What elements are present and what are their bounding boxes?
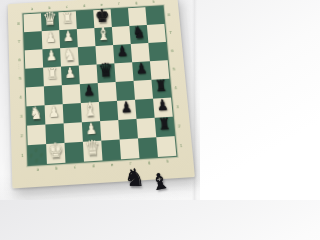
square-h1[interactable] <box>156 136 176 157</box>
file-label-a: a <box>23 5 41 13</box>
rank-label-4: 4 <box>170 78 181 97</box>
square-g7[interactable]: ♞ <box>129 25 148 44</box>
board-middle: ··· 87654321 ♛♜♚♟♟♝♞♟♞♟♜♟♛♟♟♜♞♟♝♟♟♟♜♞♞♞♞… <box>14 5 187 167</box>
square-g4[interactable] <box>134 80 153 100</box>
square-h8[interactable] <box>145 6 164 25</box>
square-a7[interactable] <box>24 31 42 50</box>
square-a5[interactable] <box>25 68 44 88</box>
white-knight-a3[interactable]: ♞ <box>26 100 45 125</box>
rank-label-4: 4 <box>16 87 26 107</box>
black-queen-e5[interactable]: ♛ <box>96 58 115 82</box>
black-knight-g7[interactable]: ♞ <box>129 20 148 43</box>
black-pawn-f6[interactable]: ♟ <box>113 39 132 62</box>
square-g2[interactable] <box>136 118 156 139</box>
file-label-g: g <box>127 0 145 7</box>
rank-label-2: 2 <box>174 116 185 136</box>
rank-label-5: 5 <box>169 60 180 79</box>
rank-label-3: 3 <box>16 106 26 126</box>
file-label-e: e <box>103 160 122 174</box>
white-bishop-e7[interactable]: ♝ <box>94 22 113 45</box>
file-label-d: d <box>84 162 103 176</box>
square-d6[interactable] <box>78 46 97 65</box>
rank-label-5: 5 <box>15 69 25 88</box>
board-grid: ♛♜♚♟♟♝♞♟♞♟♜♟♛♟♟♜♞♟♝♟♟♟♜♞♞♞♞♚♛ <box>23 5 178 166</box>
chess-board: abcdefgh ··· 87654321 ♛♜♚♟♟♝♞♟♞♟♜♟♛♟♟♜♞♟… <box>8 0 195 188</box>
rank-label-7: 7 <box>165 23 175 42</box>
square-e7[interactable]: ♝ <box>94 27 113 46</box>
rank-label-3: 3 <box>172 97 183 117</box>
white-queen-d1[interactable]: ♛ <box>83 135 103 160</box>
square-b3[interactable]: ♟ <box>45 104 64 124</box>
square-d1[interactable]: ♛ <box>83 141 103 162</box>
square-c5[interactable]: ♟ <box>61 66 80 86</box>
square-f6[interactable]: ♟ <box>113 44 132 63</box>
rank-label-8: 8 <box>164 6 174 24</box>
square-c3[interactable] <box>63 103 82 123</box>
black-pawn-f3[interactable]: ♟ <box>117 95 137 119</box>
square-a6[interactable] <box>25 49 43 68</box>
file-label-a: a <box>28 165 47 179</box>
square-g3[interactable] <box>135 99 155 119</box>
square-h7[interactable] <box>147 24 166 43</box>
file-label-f: f <box>121 159 140 173</box>
black-rook-h2[interactable]: ♜ <box>154 111 174 136</box>
square-e1[interactable] <box>101 140 121 161</box>
square-e5[interactable]: ♛ <box>97 63 116 83</box>
file-label-g: g <box>140 158 160 172</box>
rank-label-7: 7 <box>14 32 23 51</box>
square-e4[interactable] <box>98 82 117 102</box>
square-e3[interactable] <box>99 101 118 121</box>
file-label-d: d <box>75 2 93 10</box>
file-label-b: b <box>47 164 66 178</box>
rank-label-8: 8 <box>14 14 23 32</box>
square-d7[interactable] <box>77 28 96 47</box>
square-e2[interactable] <box>100 120 120 141</box>
square-a8[interactable] <box>24 13 42 32</box>
rank-label-6: 6 <box>15 50 24 69</box>
square-c2[interactable] <box>64 122 83 143</box>
file-label-f: f <box>110 0 128 8</box>
file-label-c: c <box>66 163 85 177</box>
white-rook-b5[interactable]: ♜ <box>43 62 62 86</box>
file-label-h: h <box>158 157 178 171</box>
square-f3[interactable]: ♟ <box>117 100 137 120</box>
square-c1[interactable] <box>65 142 84 163</box>
square-b5[interactable]: ♜ <box>43 67 62 87</box>
square-d8[interactable] <box>76 10 95 29</box>
square-c4[interactable] <box>62 84 81 104</box>
white-king-b1[interactable]: ♚ <box>46 138 65 163</box>
square-h6[interactable] <box>148 42 167 61</box>
square-f8[interactable] <box>111 8 130 27</box>
square-f5[interactable] <box>114 62 133 82</box>
square-b1[interactable]: ♚ <box>46 143 65 164</box>
white-pawn-b3[interactable]: ♟ <box>44 99 63 124</box>
black-pawn-g5[interactable]: ♟ <box>132 56 152 80</box>
square-f2[interactable] <box>118 119 138 140</box>
square-a3[interactable]: ♞ <box>26 105 45 125</box>
rank-label-1: 1 <box>176 135 187 155</box>
square-g5[interactable]: ♟ <box>132 61 151 81</box>
square-h2[interactable]: ♜ <box>155 117 175 138</box>
rank-label-6: 6 <box>167 41 178 60</box>
white-pawn-c5[interactable]: ♟ <box>61 61 80 85</box>
square-a1[interactable]: ♞♞♞♞ <box>28 144 47 165</box>
square-g1[interactable] <box>138 137 158 158</box>
square-f1[interactable] <box>120 138 140 159</box>
rank-label-2: 2 <box>17 126 27 146</box>
